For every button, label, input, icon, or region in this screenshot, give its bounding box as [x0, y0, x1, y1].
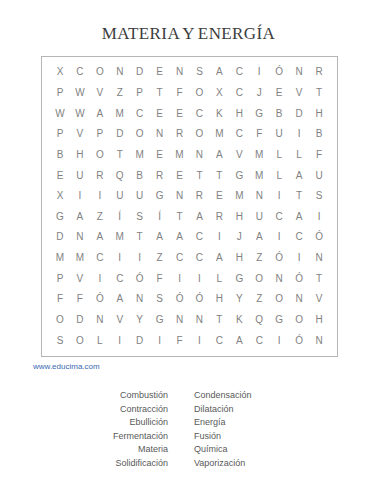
grid-cell: O	[190, 83, 210, 104]
grid-cell: V	[70, 268, 90, 289]
grid-cell: O	[70, 330, 90, 351]
grid-cell: B	[130, 165, 150, 186]
grid-cell: V	[90, 83, 110, 104]
grid-cell: L	[269, 165, 289, 186]
grid-cell: Ó	[130, 268, 150, 289]
grid-cell: Ó	[90, 289, 110, 310]
grid-cell: O	[130, 124, 150, 145]
grid-cell: O	[249, 268, 269, 289]
grid-cell: I	[130, 248, 150, 269]
grid-cell: C	[249, 330, 269, 351]
grid-cell: E	[209, 186, 229, 207]
grid-cell: I	[190, 268, 210, 289]
grid-cell: A	[209, 248, 229, 269]
grid-cell: X	[50, 62, 70, 83]
grid-cell: I	[170, 268, 190, 289]
grid-cell: O	[289, 310, 309, 331]
grid-cell: C	[90, 248, 110, 269]
grid-cell: D	[130, 62, 150, 83]
grid-cell: D	[289, 103, 309, 124]
grid-cell: H	[229, 103, 249, 124]
grid-cell: M	[110, 103, 130, 124]
grid-cell: N	[70, 227, 90, 248]
grid-cell: Z	[249, 248, 269, 269]
grid-cell: E	[170, 103, 190, 124]
grid-cell: C	[190, 248, 210, 269]
grid-cell: M	[170, 145, 190, 166]
grid-cell: G	[229, 165, 249, 186]
grid-cell: A	[70, 206, 90, 227]
grid-cell: T	[170, 206, 190, 227]
word-list-item: Materia	[68, 443, 168, 457]
grid-cell: N	[170, 310, 190, 331]
grid-cell: Y	[229, 289, 249, 310]
grid-cell: R	[150, 165, 170, 186]
grid-cell: I	[90, 268, 110, 289]
grid-cell: Ó	[269, 248, 289, 269]
grid-cell: C	[170, 248, 190, 269]
wordsearch-board: XCONDENSACIÓNRPWVZPTFOXCJEVTWWAMCEECKHGB…	[41, 56, 338, 357]
grid-cell: A	[90, 227, 110, 248]
grid-cell: O	[90, 62, 110, 83]
grid-cell: A	[209, 145, 229, 166]
grid-cell: F	[309, 145, 329, 166]
grid-cell: H	[309, 103, 329, 124]
grid-cell: T	[309, 83, 329, 104]
grid-cell: L	[269, 145, 289, 166]
worksheet-page: MATERIA Y ENERGÍA XCONDENSACIÓNRPWVZPTFO…	[0, 0, 377, 480]
grid-cell: C	[289, 227, 309, 248]
grid-cell: L	[90, 330, 110, 351]
grid-cell: N	[110, 62, 130, 83]
grid-cell: T	[209, 310, 229, 331]
grid-cell: E	[150, 62, 170, 83]
grid-cell: C	[229, 124, 249, 145]
grid-cell: M	[110, 227, 130, 248]
grid-cell: N	[289, 62, 309, 83]
word-list-item: Solidificación	[68, 457, 168, 471]
grid-cell: H	[229, 248, 249, 269]
grid-cell: O	[269, 289, 289, 310]
grid-cell: N	[90, 310, 110, 331]
grid-cell: T	[289, 186, 309, 207]
grid-cell: B	[50, 145, 70, 166]
grid-cell: N	[309, 248, 329, 269]
grid-cell: B	[309, 124, 329, 145]
grid-cell: M	[229, 186, 249, 207]
grid-cell: F	[50, 289, 70, 310]
grid-cell: D	[110, 124, 130, 145]
grid-cell: F	[170, 330, 190, 351]
grid-cell: N	[190, 145, 210, 166]
grid-cell: C	[229, 83, 249, 104]
word-list-item: Vaporización	[194, 457, 294, 471]
grid-cell: I	[269, 330, 289, 351]
grid-cell: P	[50, 124, 70, 145]
grid-cell: I	[269, 186, 289, 207]
grid-cell: U	[269, 124, 289, 145]
grid-cell: O	[50, 310, 70, 331]
grid-cell: K	[209, 103, 229, 124]
grid-cell: M	[249, 145, 269, 166]
grid-cell: U	[110, 186, 130, 207]
word-list-item: Contracción	[68, 403, 168, 417]
grid-cell: F	[70, 289, 90, 310]
grid-cell: O	[90, 145, 110, 166]
grid-cell: V	[110, 310, 130, 331]
grid-cell: E	[170, 165, 190, 186]
grid-cell: A	[110, 289, 130, 310]
grid-cell: I	[70, 186, 90, 207]
grid-cell: C	[190, 103, 210, 124]
grid-cell: L	[209, 268, 229, 289]
grid-cell: B	[269, 103, 289, 124]
grid-cell: I	[249, 62, 269, 83]
grid-cell: L	[289, 145, 309, 166]
grid-cell: P	[130, 83, 150, 104]
grid-cell: H	[70, 145, 90, 166]
grid-cell: N	[190, 310, 210, 331]
grid-cell: H	[309, 310, 329, 331]
grid-cell: N	[150, 124, 170, 145]
grid-cell: W	[50, 103, 70, 124]
grid-cell: A	[209, 62, 229, 83]
grid-cell: C	[190, 227, 210, 248]
grid-cell: G	[150, 186, 170, 207]
grid-cell: O	[190, 124, 210, 145]
grid-cell: C	[130, 103, 150, 124]
grid-cell: A	[170, 227, 190, 248]
grid-cell: Ó	[309, 227, 329, 248]
grid-cell: A	[249, 227, 269, 248]
grid-cell: G	[269, 310, 289, 331]
website-link[interactable]: www.educima.com	[33, 362, 100, 371]
grid-cell: U	[70, 165, 90, 186]
grid-cell: W	[70, 83, 90, 104]
grid-cell: I	[190, 330, 210, 351]
grid-cell: U	[249, 206, 269, 227]
grid-cell: C	[110, 268, 130, 289]
grid-cell: V	[229, 145, 249, 166]
grid-cell: P	[90, 124, 110, 145]
grid-cell: T	[209, 165, 229, 186]
grid-cell: X	[209, 83, 229, 104]
grid-cell: Z	[150, 248, 170, 269]
grid-cell: J	[249, 83, 269, 104]
grid-cell: A	[150, 227, 170, 248]
grid-cell: E	[150, 103, 170, 124]
word-list-left-column: CombustiónContracciónEbulliciónFermentac…	[68, 389, 168, 470]
grid-cell: R	[309, 62, 329, 83]
grid-cell: M	[50, 248, 70, 269]
grid-cell: R	[190, 186, 210, 207]
grid-cell: I	[309, 206, 329, 227]
grid-cell: Ó	[289, 330, 309, 351]
grid-cell: I	[269, 227, 289, 248]
grid-cell: V	[289, 83, 309, 104]
grid-cell: N	[309, 330, 329, 351]
grid-cell: S	[130, 206, 150, 227]
grid-cell: F	[170, 83, 190, 104]
grid-cell: N	[170, 186, 190, 207]
grid-cell: E	[269, 83, 289, 104]
word-list-item: Ebullición	[68, 416, 168, 430]
grid-cell: A	[289, 165, 309, 186]
grid-cell: U	[309, 165, 329, 186]
grid-cell: V	[70, 124, 90, 145]
page-title: MATERIA Y ENERGÍA	[0, 24, 377, 44]
word-list-item: Combustión	[68, 389, 168, 403]
grid-cell: M	[209, 124, 229, 145]
grid-cell: P	[50, 268, 70, 289]
grid-cell: A	[90, 103, 110, 124]
grid-cell: D	[50, 227, 70, 248]
grid-cell: W	[70, 103, 90, 124]
grid-cell: C	[209, 330, 229, 351]
word-list-item: Energía	[194, 416, 294, 430]
grid-cell: P	[50, 83, 70, 104]
grid-cell: J	[229, 227, 249, 248]
grid-cell: G	[249, 103, 269, 124]
grid-cell: S	[150, 289, 170, 310]
grid-cell: M	[249, 165, 269, 186]
grid-cell: I	[90, 186, 110, 207]
grid-cell: E	[150, 145, 170, 166]
grid-cell: N	[269, 268, 289, 289]
grid-cell: Q	[249, 310, 269, 331]
grid-cell: Z	[249, 289, 269, 310]
grid-cell: D	[130, 330, 150, 351]
grid-cell: S	[190, 62, 210, 83]
grid-cell: X	[50, 186, 70, 207]
grid-cell: T	[190, 165, 210, 186]
grid-cell: A	[289, 206, 309, 227]
grid-cell: Z	[90, 206, 110, 227]
grid-cell: C	[229, 62, 249, 83]
grid-cell: G	[50, 206, 70, 227]
grid-cell: Q	[110, 165, 130, 186]
grid-cell: I	[289, 248, 309, 269]
grid-cell: V	[309, 289, 329, 310]
grid-cell: N	[289, 289, 309, 310]
grid-cell: Í	[110, 206, 130, 227]
word-list-item: Fusión	[194, 430, 294, 444]
grid-cell: I	[110, 248, 130, 269]
grid-cell: H	[209, 289, 229, 310]
grid-cell: R	[90, 165, 110, 186]
grid-cell: S	[309, 186, 329, 207]
grid-cell: T	[150, 83, 170, 104]
grid-cell: F	[249, 124, 269, 145]
grid-cell: Ó	[170, 289, 190, 310]
grid-cell: T	[130, 227, 150, 248]
grid-cell: U	[130, 186, 150, 207]
grid-cell: T	[110, 145, 130, 166]
word-list: CombustiónContracciónEbulliciónFermentac…	[0, 389, 362, 470]
grid-cell: Í	[150, 206, 170, 227]
grid-cell: H	[229, 206, 249, 227]
grid-cell: I	[110, 330, 130, 351]
grid-cell: R	[170, 124, 190, 145]
grid-cell: A	[190, 206, 210, 227]
grid-cell: N	[170, 62, 190, 83]
grid-cell: T	[309, 268, 329, 289]
grid-cell: I	[289, 124, 309, 145]
word-list-item: Fermentación	[68, 430, 168, 444]
grid-cell: E	[50, 165, 70, 186]
grid-cell: K	[229, 310, 249, 331]
grid-cell: A	[229, 330, 249, 351]
grid-cell: S	[50, 330, 70, 351]
grid-cell: C	[70, 62, 90, 83]
grid-cell: Ó	[190, 289, 210, 310]
grid-cell: F	[150, 268, 170, 289]
grid-cell: I	[209, 227, 229, 248]
grid-cell: Ó	[289, 268, 309, 289]
word-list-item: Química	[194, 443, 294, 457]
word-list-item: Dilatación	[194, 403, 294, 417]
word-list-right-column: CondensaciónDilataciónEnergíaFusiónQuími…	[194, 389, 294, 470]
grid-cell: M	[130, 145, 150, 166]
grid-cell: G	[229, 268, 249, 289]
grid-cell: N	[130, 289, 150, 310]
grid-cell: R	[209, 206, 229, 227]
grid-cell: Ó	[269, 62, 289, 83]
grid-cell: I	[150, 330, 170, 351]
grid-cell: M	[70, 248, 90, 269]
grid-cell: Z	[110, 83, 130, 104]
grid-cell: N	[249, 186, 269, 207]
grid-cell: C	[269, 206, 289, 227]
grid-cell: G	[150, 310, 170, 331]
word-list-item: Condensación	[194, 389, 294, 403]
grid-cell: D	[70, 310, 90, 331]
grid-cell: Y	[130, 310, 150, 331]
